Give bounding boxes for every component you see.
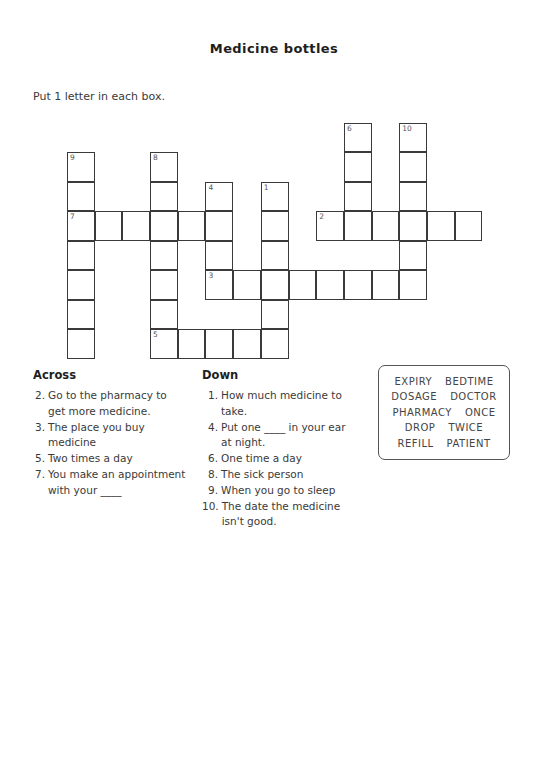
crossword-cell-r5c10[interactable]	[344, 270, 372, 299]
clue-number-label: 8	[153, 153, 158, 162]
across-heading: Across	[33, 367, 203, 383]
crossword-cell-r2c3[interactable]	[150, 182, 178, 211]
clue-text: Go to the pharmacy toget more medicine.	[48, 388, 167, 420]
down-clue-4: 4.Put one ____ in your earat night.	[202, 420, 378, 452]
instructions-text: Put 1 letter in each box.	[33, 90, 165, 103]
across-clue-2: 2.Go to the pharmacy toget more medicine…	[33, 388, 203, 420]
crossword-cell-r3c5[interactable]	[205, 211, 233, 240]
crossword-cell-r0c10[interactable]: 6	[344, 123, 372, 152]
crossword-cell-r5c9[interactable]	[316, 270, 344, 299]
clue-number-label: 5	[153, 330, 158, 339]
clue-number-label: 1	[264, 183, 269, 192]
crossword-cell-r6c3[interactable]	[150, 300, 178, 329]
clue-number-label: 7	[70, 212, 75, 221]
crossword-cell-r5c7[interactable]	[261, 270, 289, 299]
crossword-cell-r7c4[interactable]	[178, 329, 206, 358]
across-clue-3: 3.The place you buymedicine	[33, 420, 203, 452]
crossword-cell-r0c12[interactable]: 10	[399, 123, 427, 152]
clue-number: 4.	[202, 420, 218, 452]
word-bank-word: DOSAGE	[391, 391, 437, 403]
clue-number: 10.	[202, 499, 219, 531]
clue-number-label: 4	[208, 183, 213, 192]
crossword-cell-r3c12[interactable]	[399, 211, 427, 240]
down-clue-6: 6.One time a day	[202, 451, 378, 467]
word-bank-word: REFILL	[397, 438, 433, 450]
clue-text: When you go to sleep	[221, 483, 335, 499]
word-bank-word: TWICE	[448, 422, 483, 434]
crossword-cell-r5c6[interactable]	[233, 270, 261, 299]
crossword-cell-r4c7[interactable]	[261, 241, 289, 270]
clue-number: 1.	[202, 388, 218, 420]
clue-number: 7.	[33, 467, 45, 499]
down-clues-section: Down 1.How much medicine totake.4.Put on…	[202, 367, 378, 530]
clue-number: 6.	[202, 451, 218, 467]
crossword-cell-r7c5[interactable]	[205, 329, 233, 358]
crossword-cell-r6c0[interactable]	[67, 300, 95, 329]
crossword-cell-r7c0[interactable]	[67, 329, 95, 358]
crossword-cell-r3c0[interactable]: 7	[67, 211, 95, 240]
clue-text: Two times a day	[48, 451, 133, 467]
crossword-cell-r3c10[interactable]	[344, 211, 372, 240]
crossword-cell-r5c0[interactable]	[67, 270, 95, 299]
down-clue-list: 1.How much medicine totake.4.Put one ___…	[202, 388, 378, 530]
word-bank-word: PHARMACY	[392, 407, 452, 419]
clue-number-label: 9	[70, 153, 75, 162]
crossword-cell-r1c3[interactable]: 8	[150, 152, 178, 181]
word-bank-word: PATIENT	[447, 438, 491, 450]
crossword-cell-r2c10[interactable]	[344, 182, 372, 211]
clue-text: Put one ____ in your earat night.	[221, 420, 346, 452]
down-clue-1: 1.How much medicine totake.	[202, 388, 378, 420]
crossword-cell-r5c3[interactable]	[150, 270, 178, 299]
crossword-cell-r4c3[interactable]	[150, 241, 178, 270]
word-bank-word: ONCE	[465, 407, 496, 419]
word-bank-word: EXPIRY	[395, 376, 433, 388]
clue-number: 5.	[33, 451, 45, 467]
word-bank-word: DROP	[405, 422, 436, 434]
word-bank-box: EXPIRYBEDTIMEDOSAGEDOCTORPHARMACYONCEDRO…	[378, 365, 510, 460]
crossword-cell-r7c3[interactable]: 5	[150, 329, 178, 358]
word-bank-word: BEDTIME	[445, 376, 493, 388]
clue-text: You make an appointmentwith your ____	[48, 467, 185, 499]
crossword-cell-r4c5[interactable]	[205, 241, 233, 270]
clue-text: One time a day	[221, 451, 302, 467]
word-bank-line: DROPTWICE	[405, 422, 483, 434]
clue-number: 9.	[202, 483, 218, 499]
crossword-cell-r1c0[interactable]: 9	[67, 152, 95, 181]
word-bank-line: EXPIRYBEDTIME	[395, 376, 494, 388]
clue-number-label: 3	[208, 271, 213, 280]
crossword-cell-r3c14[interactable]	[455, 211, 483, 240]
page-title: Medicine bottles	[0, 41, 548, 56]
clue-number-label: 2	[319, 212, 324, 221]
crossword-cell-r3c11[interactable]	[372, 211, 400, 240]
crossword-cell-r5c11[interactable]	[372, 270, 400, 299]
clue-number: 3.	[33, 420, 45, 452]
crossword-cell-r4c12[interactable]	[399, 241, 427, 270]
worksheet-page: Medicine bottles Put 1 letter in each bo…	[0, 0, 548, 776]
clue-number: 2.	[33, 388, 45, 420]
clue-number-label: 10	[402, 124, 412, 133]
crossword-cell-r5c8[interactable]	[289, 270, 317, 299]
crossword-cell-r4c0[interactable]	[67, 241, 95, 270]
crossword-cell-r5c12[interactable]	[399, 270, 427, 299]
crossword-grid: 61098417235	[67, 123, 482, 359]
across-clue-7: 7.You make an appointmentwith your ____	[33, 467, 203, 499]
crossword-cell-r3c1[interactable]	[95, 211, 123, 240]
crossword-cell-r6c7[interactable]	[261, 300, 289, 329]
clue-text: The sick person	[221, 467, 303, 483]
across-clue-list: 2.Go to the pharmacy toget more medicine…	[33, 388, 203, 499]
word-bank-word: DOCTOR	[450, 391, 496, 403]
across-clues-section: Across 2.Go to the pharmacy toget more m…	[33, 367, 203, 499]
crossword-cell-r7c6[interactable]	[233, 329, 261, 358]
down-clue-10: 10.The date the medicineisn't good.	[202, 499, 378, 531]
word-bank-line: DOSAGEDOCTOR	[391, 391, 496, 403]
crossword-cell-r2c12[interactable]	[399, 182, 427, 211]
clue-text: The date the medicineisn't good.	[222, 499, 341, 531]
crossword-cell-r1c10[interactable]	[344, 152, 372, 181]
clue-text: The place you buymedicine	[48, 420, 145, 452]
down-clue-9: 9.When you go to sleep	[202, 483, 378, 499]
down-heading: Down	[202, 367, 378, 383]
crossword-cell-r2c5[interactable]: 4	[205, 182, 233, 211]
crossword-cell-r5c5[interactable]: 3	[205, 270, 233, 299]
down-clue-8: 8.The sick person	[202, 467, 378, 483]
clue-number: 8.	[202, 467, 218, 483]
word-bank-line: PHARMACYONCE	[392, 407, 495, 419]
crossword-cell-r3c13[interactable]	[427, 211, 455, 240]
crossword-cell-r3c2[interactable]	[122, 211, 150, 240]
crossword-cell-r2c0[interactable]	[67, 182, 95, 211]
clue-number-label: 6	[347, 124, 352, 133]
crossword-cell-r3c3[interactable]	[150, 211, 178, 240]
crossword-cell-r7c7[interactable]	[261, 329, 289, 358]
word-bank-line: REFILLPATIENT	[397, 438, 490, 450]
crossword-cell-r3c9[interactable]: 2	[316, 211, 344, 240]
clue-text: How much medicine totake.	[221, 388, 342, 420]
crossword-cell-r3c7[interactable]	[261, 211, 289, 240]
across-clue-5: 5.Two times a day	[33, 451, 203, 467]
crossword-cell-r3c4[interactable]	[178, 211, 206, 240]
crossword-cell-r1c12[interactable]	[399, 152, 427, 181]
crossword-cell-r2c7[interactable]: 1	[261, 182, 289, 211]
